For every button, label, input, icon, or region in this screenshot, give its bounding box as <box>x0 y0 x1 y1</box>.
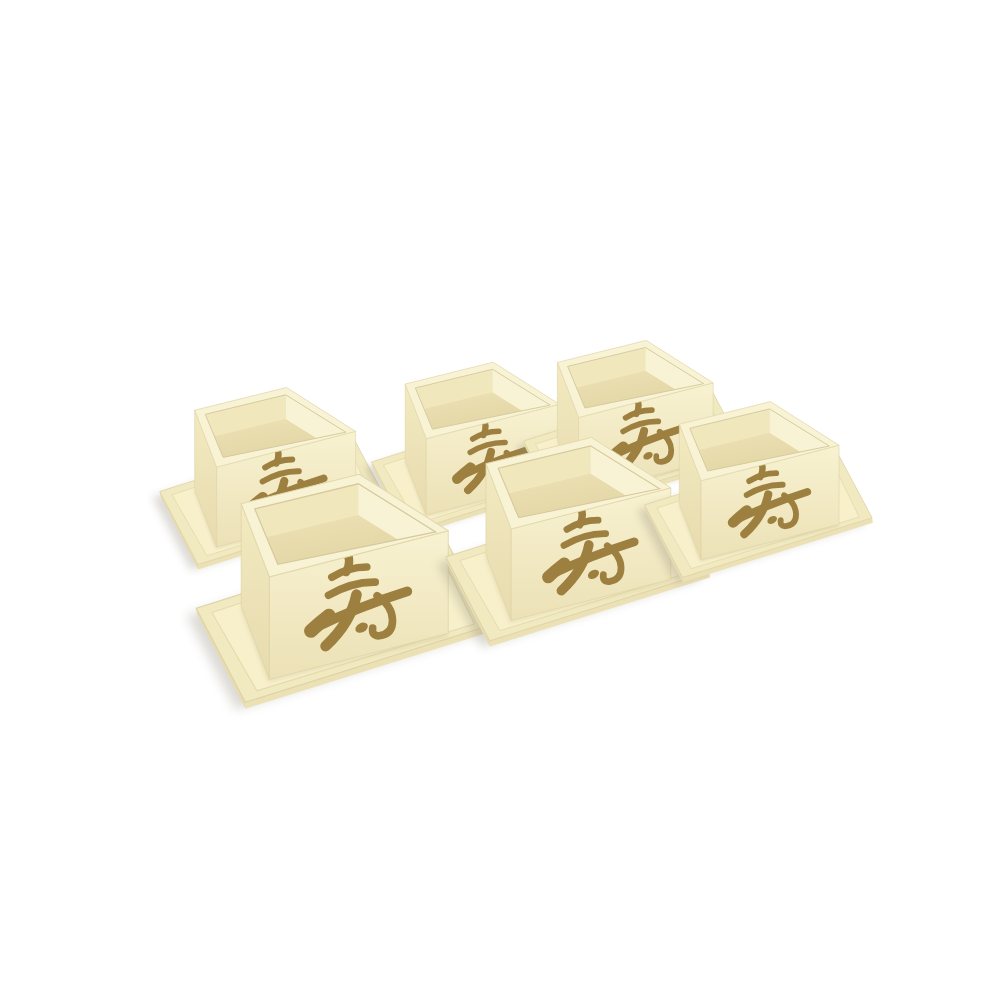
sake-cup-set-photo: 寿 寿 寿 寿 寿 寿 <box>0 0 1000 1000</box>
masu-cup-graphic <box>643 395 885 589</box>
masu-cup-front-right: 寿 <box>643 395 885 589</box>
